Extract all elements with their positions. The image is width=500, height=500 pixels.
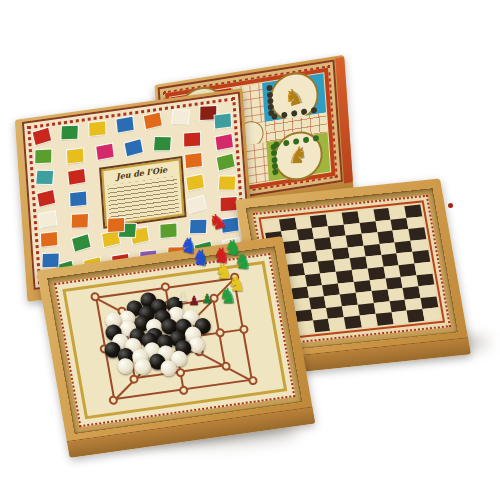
standing-pawn: ♟ <box>177 290 189 303</box>
goose-tile <box>35 150 51 164</box>
draughts-square-light <box>423 308 441 321</box>
goose-tile <box>116 116 133 132</box>
goose-tile <box>72 214 88 228</box>
ludo-track-dot <box>310 107 316 114</box>
goose-tile <box>89 121 105 136</box>
goose-tile <box>144 112 162 129</box>
standing-pawn: ♟ <box>201 292 213 305</box>
ludo-quadrant-br: ♞ <box>266 132 330 181</box>
goose-tile <box>215 134 232 150</box>
goose-tile <box>96 143 113 159</box>
goose-tile <box>61 125 77 139</box>
draughts-stone-pile <box>56 255 293 425</box>
goose-tile <box>71 192 87 207</box>
goose-tile <box>214 113 231 128</box>
goose-tile <box>125 139 143 156</box>
game-box-photo: ♞♞♞♞ Jeu de l'Oie <box>0 0 500 500</box>
morris-tray <box>37 236 316 458</box>
goose-tile <box>43 254 59 268</box>
goose-tile <box>36 171 53 184</box>
goose-tile <box>184 132 200 146</box>
goose-tile <box>108 218 124 232</box>
morris-tray-well <box>47 246 302 434</box>
goose-tile <box>185 153 202 168</box>
box-clasp <box>448 203 453 208</box>
goose-tile <box>37 190 55 207</box>
horse-pawn: ♞ <box>219 286 238 307</box>
goose-tile <box>187 196 205 213</box>
goose-tile <box>69 169 86 185</box>
goose-tile <box>172 110 189 123</box>
ludo-horse-icon: ♞ <box>282 83 307 111</box>
ludo-track-dot <box>272 169 278 176</box>
goose-plaque-text-lines <box>107 175 180 221</box>
standing-pawn: ♟ <box>188 294 200 307</box>
ludo-horse-icon: ♞ <box>287 144 309 168</box>
goose-tile <box>67 148 84 163</box>
goose-tile <box>73 234 91 251</box>
goose-tile <box>189 219 206 232</box>
goose-tile <box>186 174 204 190</box>
goose-tile <box>154 137 171 150</box>
goose-tile <box>102 230 120 246</box>
goose-tile <box>33 127 51 144</box>
goose-tile <box>39 211 56 227</box>
goose-tile <box>219 177 236 190</box>
goose-tile <box>161 223 177 237</box>
goose-tile <box>41 232 57 247</box>
horse-pawn: ♞ <box>233 251 254 274</box>
goose-tile <box>217 154 235 171</box>
ludo-track-dot <box>271 113 277 120</box>
